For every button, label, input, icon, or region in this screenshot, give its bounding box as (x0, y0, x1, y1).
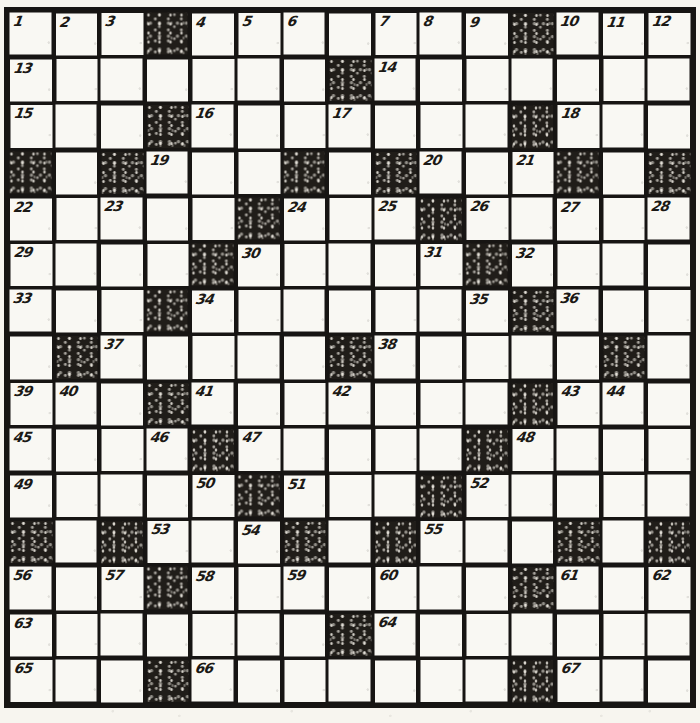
clue-number-22: 22 (12, 199, 32, 214)
cell-r2c14[interactable] (603, 59, 645, 101)
cell-r9c15[interactable] (648, 383, 690, 425)
cell-r4c10[interactable]: 20 (420, 151, 462, 193)
block-cell-r4c3 (102, 152, 144, 194)
cell-r6c6[interactable]: 30 (238, 245, 280, 287)
cell-r8c10[interactable] (420, 337, 462, 379)
cell-r12c14[interactable] (602, 521, 644, 563)
cell-r2c4[interactable] (147, 60, 189, 102)
cell-r13c14[interactable] (603, 568, 645, 610)
cell-r8c15[interactable] (648, 336, 690, 378)
clue-number-15: 15 (12, 106, 32, 121)
cell-r5c12[interactable] (511, 197, 553, 239)
block-cell-r4c13 (557, 151, 599, 193)
cell-r14c12[interactable] (511, 613, 553, 655)
cell-r3c15[interactable] (648, 106, 690, 148)
clue-number-56: 56 (11, 568, 31, 583)
clue-number-53: 53 (149, 522, 169, 537)
cell-r2c3[interactable] (101, 59, 143, 101)
cell-r14c6[interactable] (237, 613, 279, 655)
clue-number-31: 31 (423, 245, 443, 260)
cell-r12c12[interactable] (512, 522, 554, 564)
cell-r6c3[interactable] (101, 245, 143, 287)
cell-r6c10[interactable]: 31 (421, 244, 463, 286)
cell-r5c5[interactable] (193, 198, 235, 240)
cell-r10c10[interactable] (420, 428, 462, 470)
block-cell-r13c12 (512, 567, 554, 609)
cell-r7c15[interactable] (649, 290, 691, 332)
block-cell-r5c10 (420, 198, 462, 240)
cell-r4c4[interactable]: 19 (146, 151, 188, 193)
cell-r15c6[interactable] (238, 660, 280, 702)
cell-r3c5[interactable]: 16 (192, 105, 234, 147)
cell-r9c11[interactable] (465, 382, 507, 424)
cell-r8c3[interactable]: 37 (101, 336, 143, 378)
cell-r15c15[interactable] (648, 660, 690, 702)
cell-r4c5[interactable] (192, 152, 234, 194)
cell-r11c14[interactable] (603, 475, 645, 517)
clue-number-16: 16 (194, 106, 214, 121)
cell-r1c5[interactable]: 4 (192, 14, 234, 56)
cell-r1c6[interactable]: 5 (238, 13, 280, 55)
clue-number-34: 34 (194, 292, 214, 307)
cell-r13c5[interactable]: 58 (192, 568, 234, 610)
cell-r6c15[interactable] (648, 245, 690, 287)
clue-number-48: 48 (514, 430, 534, 445)
cell-r5c9[interactable]: 25 (374, 197, 416, 239)
clue-number-50: 50 (195, 476, 215, 491)
cell-r2c1[interactable]: 13 (10, 60, 52, 102)
clue-number-67: 67 (560, 661, 580, 676)
clue-number-66: 66 (194, 660, 214, 675)
clue-number-40: 40 (57, 383, 77, 398)
cell-r14c3[interactable] (101, 613, 143, 655)
block-cell-r6c11 (465, 244, 507, 286)
cell-r11c5[interactable]: 50 (193, 475, 235, 517)
cell-r4c14[interactable] (603, 152, 645, 194)
cell-r5c1[interactable]: 22 (10, 198, 52, 240)
cell-r15c1[interactable]: 65 (11, 660, 53, 702)
cell-r1c15[interactable]: 12 (649, 13, 691, 55)
cell-r15c13[interactable]: 67 (558, 660, 600, 702)
block-cell-r11c10 (420, 476, 462, 518)
cell-r8c7[interactable] (284, 337, 326, 379)
block-cell-r9c12 (512, 383, 554, 425)
clue-number-27: 27 (559, 199, 579, 214)
cell-r12c2[interactable] (55, 521, 97, 563)
clue-number-65: 65 (12, 661, 32, 676)
cell-r13c9[interactable]: 60 (375, 567, 417, 609)
cell-r5c3[interactable]: 23 (101, 197, 143, 239)
cell-r15c9[interactable] (375, 660, 417, 702)
cell-r7c5[interactable]: 34 (192, 291, 234, 333)
cell-r7c11[interactable]: 35 (466, 291, 508, 333)
clue-number-58: 58 (194, 569, 214, 584)
cell-r13c8[interactable] (329, 568, 371, 610)
block-cell-r10c11 (466, 429, 508, 471)
cell-r15c7[interactable] (284, 660, 326, 702)
cell-r5c8[interactable] (330, 198, 372, 240)
clue-number-6: 6 (285, 14, 296, 29)
cell-r1c7[interactable]: 6 (283, 13, 325, 55)
clue-number-13: 13 (12, 61, 32, 76)
cell-r15c2[interactable] (55, 659, 97, 701)
cell-r14c2[interactable] (56, 614, 98, 656)
cell-r3c10[interactable] (421, 105, 463, 147)
cell-r7c9[interactable] (375, 290, 417, 332)
block-cell-r12c7 (284, 521, 326, 563)
cell-r10c3[interactable] (102, 429, 144, 471)
block-cell-r6c5 (192, 244, 234, 286)
block-cell-r8c8 (330, 336, 372, 378)
block-cell-r4c1 (10, 151, 52, 193)
cell-r12c4[interactable]: 53 (147, 521, 189, 563)
cell-r9c6[interactable] (238, 383, 280, 425)
cell-r3c7[interactable] (284, 105, 326, 147)
cell-r13c6[interactable] (238, 567, 280, 609)
cell-r10c13[interactable] (557, 428, 599, 470)
cell-r6c12[interactable]: 32 (512, 245, 554, 287)
clue-number-14: 14 (376, 60, 396, 75)
cell-r5c2[interactable] (56, 198, 98, 240)
cell-r9c3[interactable] (101, 383, 143, 425)
clue-number-4: 4 (194, 15, 205, 30)
clue-number-63: 63 (12, 615, 32, 630)
cell-r13c13[interactable]: 61 (557, 567, 599, 609)
clue-number-51: 51 (286, 477, 306, 492)
cell-r6c2[interactable] (55, 244, 97, 286)
cell-r5c14[interactable] (603, 198, 645, 240)
block-cell-r9c4 (147, 383, 189, 425)
cell-r11c9[interactable] (374, 475, 416, 517)
clue-number-29: 29 (12, 245, 32, 260)
block-cell-r15c12 (512, 660, 554, 702)
cell-r11c3[interactable] (101, 475, 143, 517)
block-cell-r12c13 (558, 521, 600, 563)
cell-r7c14[interactable] (603, 291, 645, 333)
cell-r14c14[interactable] (603, 614, 645, 656)
cell-r10c1[interactable]: 45 (10, 428, 52, 470)
cell-r14c15[interactable] (648, 613, 690, 655)
cell-r10c9[interactable] (375, 429, 417, 471)
clue-number-25: 25 (376, 198, 396, 213)
block-cell-r11c6 (237, 475, 279, 517)
cell-r9c8[interactable]: 42 (329, 382, 371, 424)
clue-number-62: 62 (651, 568, 671, 583)
cell-r9c7[interactable] (284, 383, 326, 425)
cell-r4c6[interactable] (238, 152, 280, 194)
cell-r15c14[interactable] (602, 659, 644, 701)
block-cell-r12c3 (101, 522, 143, 564)
clue-number-59: 59 (285, 568, 305, 583)
crossword-grid: 1234567891011121314151617181920212223242… (4, 7, 696, 708)
cell-r9c2[interactable]: 40 (55, 382, 97, 424)
cell-r10c4[interactable]: 46 (146, 428, 188, 470)
cell-r1c2[interactable]: 2 (56, 14, 98, 56)
cell-r13c11[interactable] (466, 568, 508, 610)
clue-number-32: 32 (514, 246, 534, 261)
cell-r14c7[interactable] (284, 614, 326, 656)
cell-r5c7[interactable]: 24 (284, 198, 326, 240)
cell-r13c3[interactable]: 57 (102, 567, 144, 609)
clue-number-46: 46 (148, 429, 168, 444)
cell-r3c3[interactable] (101, 106, 143, 148)
cell-r1c3[interactable]: 3 (102, 13, 144, 55)
block-cell-r3c12 (512, 106, 554, 148)
clue-number-12: 12 (651, 14, 671, 29)
cell-r7c2[interactable] (56, 291, 98, 333)
cell-r12c5[interactable] (192, 521, 234, 563)
cell-r11c13[interactable] (557, 476, 599, 518)
block-cell-r5c6 (237, 197, 279, 239)
cell-r2c10[interactable] (420, 60, 462, 102)
cell-r9c1[interactable]: 39 (11, 383, 53, 425)
clue-number-38: 38 (376, 337, 396, 352)
cell-r2c11[interactable] (466, 59, 508, 101)
cell-r7c3[interactable] (102, 290, 144, 332)
clue-number-35: 35 (468, 292, 488, 307)
cell-r6c13[interactable] (558, 244, 600, 286)
cell-r8c13[interactable] (557, 337, 599, 379)
clue-number-44: 44 (604, 383, 624, 398)
cell-r14c9[interactable]: 64 (374, 613, 416, 655)
cell-r15c5[interactable]: 66 (192, 659, 234, 701)
cell-r8c11[interactable] (466, 336, 508, 378)
cell-r15c11[interactable] (465, 659, 507, 701)
clue-number-7: 7 (377, 14, 388, 29)
cell-r6c1[interactable]: 29 (11, 244, 53, 286)
cell-r9c5[interactable]: 41 (192, 382, 234, 424)
clue-number-10: 10 (559, 14, 579, 29)
cell-r3c9[interactable] (375, 106, 417, 148)
cell-r9c13[interactable]: 43 (558, 383, 600, 425)
block-cell-r7c4 (146, 290, 188, 332)
clue-number-43: 43 (560, 384, 580, 399)
cell-r2c7[interactable] (284, 60, 326, 102)
cell-r15c10[interactable] (421, 660, 463, 702)
clue-number-11: 11 (605, 15, 625, 30)
block-cell-r13c4 (146, 567, 188, 609)
cell-r8c4[interactable] (147, 337, 189, 379)
cell-r9c14[interactable]: 44 (602, 382, 644, 424)
cell-r14c10[interactable] (420, 614, 462, 656)
clue-number-57: 57 (104, 568, 124, 583)
cell-r6c9[interactable] (375, 245, 417, 287)
cell-r1c1[interactable]: 1 (10, 13, 52, 55)
cell-r3c6[interactable] (238, 106, 280, 148)
cell-r15c3[interactable] (101, 660, 143, 702)
cell-r12c8[interactable] (329, 521, 371, 563)
cell-r1c10[interactable]: 8 (420, 13, 462, 55)
clue-number-37: 37 (103, 337, 123, 352)
clue-number-52: 52 (468, 476, 488, 491)
block-cell-r8c2 (56, 336, 98, 378)
clue-number-61: 61 (559, 568, 579, 583)
cell-r9c9[interactable] (375, 383, 417, 425)
block-cell-r10c5 (192, 429, 234, 471)
cell-r8c9[interactable]: 38 (374, 336, 416, 378)
cell-r10c2[interactable] (56, 429, 98, 471)
cell-r2c12[interactable] (511, 59, 553, 101)
block-cell-r12c1 (11, 521, 53, 563)
cell-r12c6[interactable]: 54 (238, 522, 280, 564)
cell-r2c9[interactable]: 14 (374, 59, 416, 101)
clue-number-9: 9 (468, 15, 479, 30)
clue-number-28: 28 (650, 198, 670, 213)
block-cell-r7c12 (512, 290, 554, 332)
clue-number-33: 33 (11, 291, 31, 306)
cell-r11c8[interactable] (330, 475, 372, 517)
clue-number-64: 64 (376, 614, 396, 629)
clue-number-30: 30 (240, 246, 260, 261)
cell-r2c15[interactable] (648, 59, 690, 101)
cell-r14c5[interactable] (193, 614, 235, 656)
block-cell-r4c15 (649, 152, 691, 194)
clue-number-17: 17 (331, 106, 351, 121)
cell-r4c12[interactable]: 21 (512, 152, 554, 194)
cell-r5c11[interactable]: 26 (466, 198, 508, 240)
cell-r1c14[interactable]: 11 (603, 14, 645, 56)
cell-r8c1[interactable] (10, 337, 52, 379)
cell-r14c1[interactable]: 63 (10, 614, 52, 656)
cell-r7c1[interactable]: 33 (10, 290, 52, 332)
block-cell-r1c4 (146, 13, 188, 55)
cell-r2c13[interactable] (557, 60, 599, 102)
cell-r15c8[interactable] (329, 659, 371, 701)
cell-r13c2[interactable] (56, 568, 98, 610)
cell-r8c6[interactable] (237, 336, 279, 378)
cell-r12c11[interactable] (465, 521, 507, 563)
cell-r1c8[interactable] (329, 14, 371, 56)
block-cell-r15c4 (147, 660, 189, 702)
clue-number-54: 54 (240, 523, 260, 538)
cell-r1c13[interactable]: 10 (557, 13, 599, 55)
clue-number-18: 18 (560, 106, 580, 121)
cell-r10c8[interactable] (329, 429, 371, 471)
clue-number-60: 60 (377, 568, 397, 583)
cell-r4c11[interactable] (466, 152, 508, 194)
cell-r6c7[interactable] (284, 244, 326, 286)
cell-r13c10[interactable] (420, 567, 462, 609)
cell-r3c11[interactable] (465, 105, 507, 147)
cell-r12c10[interactable]: 55 (421, 521, 463, 563)
cell-r9c10[interactable] (421, 383, 463, 425)
block-cell-r2c8 (330, 59, 372, 101)
clue-number-3: 3 (104, 14, 115, 29)
cell-r7c13[interactable]: 36 (557, 290, 599, 332)
cell-r7c6[interactable] (238, 290, 280, 332)
cell-r3c8[interactable]: 17 (329, 105, 371, 147)
cell-r4c2[interactable] (56, 152, 98, 194)
block-cell-r4c7 (283, 151, 325, 193)
cell-r1c9[interactable]: 7 (375, 13, 417, 55)
cell-r2c2[interactable] (56, 59, 98, 101)
cell-r3c2[interactable] (55, 105, 97, 147)
clue-number-45: 45 (11, 429, 31, 444)
block-cell-r12c9 (375, 522, 417, 564)
cell-r11c12[interactable] (511, 475, 553, 517)
cell-r11c1[interactable]: 49 (10, 476, 52, 518)
cell-r1c11[interactable]: 9 (466, 14, 508, 56)
block-cell-r4c9 (375, 152, 417, 194)
cell-r11c7[interactable]: 51 (284, 476, 326, 518)
cell-r7c7[interactable] (283, 290, 325, 332)
clue-number-2: 2 (58, 15, 69, 30)
cell-r13c15[interactable]: 62 (649, 567, 691, 609)
scanned-paper-background: 1234567891011121314151617181920212223242… (0, 0, 700, 723)
cell-r4c8[interactable] (329, 152, 371, 194)
cell-r8c5[interactable] (193, 336, 235, 378)
cell-r7c10[interactable] (420, 290, 462, 332)
cell-r7c8[interactable] (329, 291, 371, 333)
cell-r11c2[interactable] (56, 475, 98, 517)
cell-r14c4[interactable] (147, 614, 189, 656)
block-cell-r3c4 (147, 105, 189, 147)
cell-r13c7[interactable]: 59 (283, 567, 325, 609)
clue-number-23: 23 (103, 198, 123, 213)
cell-r10c14[interactable] (603, 429, 645, 471)
clue-number-42: 42 (331, 383, 351, 398)
cell-r3c14[interactable] (602, 105, 644, 147)
cell-r6c14[interactable] (602, 244, 644, 286)
block-cell-r8c14 (603, 336, 645, 378)
cell-r6c4[interactable] (147, 244, 189, 286)
clue-number-21: 21 (514, 153, 534, 168)
cell-r5c4[interactable] (147, 198, 189, 240)
cell-r10c12[interactable]: 48 (512, 429, 554, 471)
clue-number-19: 19 (148, 152, 168, 167)
clue-number-47: 47 (240, 430, 260, 445)
clue-number-55: 55 (423, 522, 443, 537)
clue-number-5: 5 (240, 14, 251, 29)
cell-r8c12[interactable] (511, 336, 553, 378)
clue-number-39: 39 (12, 384, 32, 399)
cell-r5c13[interactable]: 27 (557, 198, 599, 240)
cell-r10c7[interactable] (283, 428, 325, 470)
clue-number-49: 49 (12, 477, 32, 492)
clue-number-20: 20 (422, 152, 442, 167)
clue-number-1: 1 (11, 14, 22, 29)
cell-r11c11[interactable]: 52 (466, 475, 508, 517)
cell-r14c13[interactable] (557, 614, 599, 656)
clue-number-41: 41 (194, 383, 214, 398)
clue-number-8: 8 (422, 14, 433, 29)
cell-r13c1[interactable]: 56 (10, 567, 52, 609)
cell-r2c5[interactable] (193, 59, 235, 101)
cell-r11c15[interactable] (648, 475, 690, 517)
block-cell-r12c15 (648, 522, 690, 564)
cell-r5c15[interactable]: 28 (648, 197, 690, 239)
cell-r3c1[interactable]: 15 (11, 105, 53, 147)
clue-number-26: 26 (468, 199, 488, 214)
cell-r3c13[interactable]: 18 (558, 105, 600, 147)
cell-r2c6[interactable] (237, 59, 279, 101)
cell-r10c6[interactable]: 47 (238, 429, 280, 471)
cell-r11c4[interactable] (147, 476, 189, 518)
block-cell-r1c12 (512, 13, 554, 55)
cell-r6c8[interactable] (329, 244, 371, 286)
cell-r14c11[interactable] (466, 614, 508, 656)
clue-number-36: 36 (559, 291, 579, 306)
block-cell-r14c8 (330, 614, 372, 656)
clue-number-24: 24 (286, 199, 306, 214)
cell-r10c15[interactable] (649, 429, 691, 471)
